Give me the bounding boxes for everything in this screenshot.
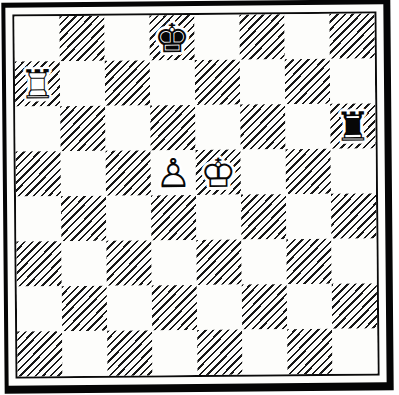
square-h3[interactable]	[331, 238, 376, 283]
square-e8[interactable]	[194, 15, 239, 60]
square-a6[interactable]	[15, 106, 60, 151]
square-f3[interactable]	[241, 239, 286, 284]
square-b3[interactable]	[61, 241, 106, 286]
square-b7[interactable]	[60, 61, 105, 106]
square-a7[interactable]: ♜♖	[15, 61, 60, 106]
square-b1[interactable]	[62, 331, 107, 376]
square-g4[interactable]	[286, 194, 331, 239]
square-f7[interactable]	[240, 59, 285, 104]
square-b4[interactable]	[61, 196, 106, 241]
square-f8[interactable]	[239, 14, 284, 59]
square-e6[interactable]	[195, 105, 240, 150]
square-d1[interactable]	[152, 330, 197, 375]
square-d8[interactable]: ♚♚	[149, 15, 194, 60]
square-h6[interactable]: ♜♜	[330, 103, 375, 148]
square-h8[interactable]	[329, 13, 374, 58]
square-h5[interactable]	[331, 148, 376, 193]
square-a2[interactable]	[17, 286, 62, 331]
chess-diagram: ♚♚♜♖♜♜♟♙♚♔	[1, 0, 393, 394]
piece-glyph: ♙	[155, 153, 191, 193]
square-d7[interactable]	[150, 60, 195, 105]
piece-glyph: ♖	[19, 64, 55, 104]
square-b6[interactable]	[60, 106, 105, 151]
square-c2[interactable]	[107, 285, 152, 330]
square-c3[interactable]	[106, 240, 151, 285]
piece-glyph: ♔	[200, 152, 236, 192]
chess-board: ♚♚♜♖♜♜♟♙♚♔	[14, 13, 377, 376]
square-g6[interactable]	[285, 104, 330, 149]
black-rook-icon: ♜♜	[330, 103, 375, 148]
square-g5[interactable]	[286, 149, 331, 194]
square-a5[interactable]	[16, 151, 61, 196]
square-c8[interactable]	[104, 15, 149, 60]
square-d3[interactable]	[151, 240, 196, 285]
square-g7[interactable]	[285, 59, 330, 104]
square-d5[interactable]: ♟♙	[151, 150, 196, 195]
piece-glyph: ♚	[154, 18, 190, 58]
square-g2[interactable]	[287, 284, 332, 329]
square-h1[interactable]	[332, 328, 377, 373]
square-e5[interactable]: ♚♔	[196, 150, 241, 195]
square-f1[interactable]	[242, 329, 287, 374]
square-c1[interactable]	[107, 330, 152, 375]
square-d6[interactable]	[150, 105, 195, 150]
piece-glyph: ♜	[335, 106, 371, 146]
square-f4[interactable]	[241, 194, 286, 239]
square-c6[interactable]	[105, 105, 150, 150]
square-c5[interactable]	[106, 150, 151, 195]
square-g3[interactable]	[286, 239, 331, 284]
square-a1[interactable]	[17, 331, 62, 376]
square-e7[interactable]	[195, 60, 240, 105]
square-f2[interactable]	[242, 284, 287, 329]
square-b8[interactable]	[59, 16, 104, 61]
square-h7[interactable]	[330, 58, 375, 103]
square-d2[interactable]	[152, 285, 197, 330]
square-e4[interactable]	[196, 195, 241, 240]
white-pawn-icon: ♟♙	[151, 150, 196, 195]
square-h4[interactable]	[331, 193, 376, 238]
square-a8[interactable]	[14, 16, 59, 61]
square-d4[interactable]	[151, 195, 196, 240]
square-h2[interactable]	[332, 283, 377, 328]
square-e1[interactable]	[197, 330, 242, 375]
white-rook-icon: ♜♖	[15, 61, 60, 106]
square-f5[interactable]	[241, 149, 286, 194]
square-e2[interactable]	[197, 285, 242, 330]
square-b2[interactable]	[62, 286, 107, 331]
board-inner-frame: ♚♚♜♖♜♜♟♙♚♔	[12, 11, 379, 378]
black-king-icon: ♚♚	[149, 15, 194, 60]
square-f6[interactable]	[240, 104, 285, 149]
square-b5[interactable]	[61, 151, 106, 196]
square-a3[interactable]	[16, 241, 61, 286]
square-c7[interactable]	[105, 60, 150, 105]
board-outer-frame: ♚♚♜♖♜♜♟♙♚♔	[1, 0, 393, 394]
square-c4[interactable]	[106, 195, 151, 240]
square-g1[interactable]	[287, 329, 332, 374]
square-g8[interactable]	[284, 14, 329, 59]
white-king-icon: ♚♔	[196, 150, 241, 195]
square-e3[interactable]	[196, 240, 241, 285]
square-a4[interactable]	[16, 196, 61, 241]
